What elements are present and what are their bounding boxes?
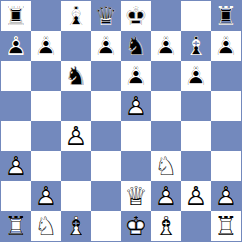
square-h8[interactable]: ♜♖ — [211, 1, 241, 31]
piece-black-pawn[interactable]: ♟♙ — [151, 31, 181, 61]
square-f4[interactable] — [151, 121, 181, 151]
square-h3[interactable] — [211, 151, 241, 181]
white-knight-glyph-detail: ♘ — [31, 211, 61, 241]
piece-white-pawn[interactable]: ♟♙ — [211, 181, 241, 211]
black-queen-glyph-detail: ♕ — [91, 1, 121, 31]
square-f5[interactable] — [151, 91, 181, 121]
white-queen-glyph-detail: ♕ — [121, 181, 151, 211]
square-a5[interactable] — [1, 91, 31, 121]
square-d1[interactable] — [91, 211, 121, 241]
square-g4[interactable] — [181, 121, 211, 151]
piece-black-king[interactable]: ♚♔ — [121, 1, 151, 31]
piece-white-pawn[interactable]: ♟♙ — [121, 91, 151, 121]
square-e2[interactable]: ♛♕ — [121, 181, 151, 211]
square-e7[interactable]: ♞♘ — [121, 31, 151, 61]
square-c6[interactable]: ♞♘ — [61, 61, 91, 91]
square-a1[interactable]: ♜♖ — [1, 211, 31, 241]
square-d7[interactable]: ♟♙ — [91, 31, 121, 61]
square-c8[interactable]: ♝♗ — [61, 1, 91, 31]
chess-board-area: ♜♖♝♗♛♕♚♔♜♖♟♙♟♙♟♙♞♘♟♙♝♗♟♙♞♘♟♙♟♙♟♙♟♙♟♙♞♘♟♙… — [0, 0, 242, 242]
square-d2[interactable] — [91, 181, 121, 211]
piece-white-pawn[interactable]: ♟♙ — [151, 181, 181, 211]
square-g3[interactable] — [181, 151, 211, 181]
piece-black-bishop[interactable]: ♝♗ — [181, 31, 211, 61]
black-pawn-glyph-detail: ♙ — [1, 31, 31, 61]
black-pawn-glyph-detail: ♙ — [121, 61, 151, 91]
piece-white-knight[interactable]: ♞♘ — [31, 211, 61, 241]
black-pawn-glyph-detail: ♙ — [31, 31, 61, 61]
piece-white-queen[interactable]: ♛♕ — [121, 181, 151, 211]
piece-black-pawn[interactable]: ♟♙ — [31, 31, 61, 61]
piece-black-rook[interactable]: ♜♖ — [1, 1, 31, 31]
piece-black-rook[interactable]: ♜♖ — [211, 1, 241, 31]
black-pawn-glyph-detail: ♙ — [211, 31, 241, 61]
square-a4[interactable] — [1, 121, 31, 151]
square-g8[interactable] — [181, 1, 211, 31]
square-g6[interactable]: ♟♙ — [181, 61, 211, 91]
white-pawn-glyph-detail: ♙ — [211, 181, 241, 211]
square-g1[interactable] — [181, 211, 211, 241]
piece-black-pawn[interactable]: ♟♙ — [91, 31, 121, 61]
square-b3[interactable] — [31, 151, 61, 181]
white-pawn-glyph-detail: ♙ — [31, 181, 61, 211]
square-a2[interactable] — [1, 181, 31, 211]
piece-white-pawn[interactable]: ♟♙ — [1, 151, 31, 181]
piece-black-pawn[interactable]: ♟♙ — [121, 61, 151, 91]
black-bishop-glyph-detail: ♗ — [61, 1, 91, 31]
piece-black-pawn[interactable]: ♟♙ — [181, 61, 211, 91]
square-c1[interactable]: ♝♗ — [61, 211, 91, 241]
square-f2[interactable]: ♟♙ — [151, 181, 181, 211]
square-h4[interactable] — [211, 121, 241, 151]
square-h1[interactable]: ♜♖ — [211, 211, 241, 241]
square-a7[interactable]: ♟♙ — [1, 31, 31, 61]
piece-black-knight[interactable]: ♞♘ — [61, 61, 91, 91]
square-f8[interactable] — [151, 1, 181, 31]
white-knight-glyph-detail: ♘ — [151, 151, 181, 181]
white-king-glyph-detail: ♔ — [121, 211, 151, 241]
black-pawn-glyph-detail: ♙ — [91, 31, 121, 61]
square-d5[interactable] — [91, 91, 121, 121]
square-c2[interactable] — [61, 181, 91, 211]
piece-white-rook[interactable]: ♜♖ — [211, 211, 241, 241]
black-pawn-glyph-detail: ♙ — [181, 61, 211, 91]
square-c4[interactable]: ♟♙ — [61, 121, 91, 151]
piece-white-pawn[interactable]: ♟♙ — [31, 181, 61, 211]
piece-black-bishop[interactable]: ♝♗ — [61, 1, 91, 31]
piece-white-rook[interactable]: ♜♖ — [1, 211, 31, 241]
square-e8[interactable]: ♚♔ — [121, 1, 151, 31]
piece-black-pawn[interactable]: ♟♙ — [1, 31, 31, 61]
chess-board: ♜♖♝♗♛♕♚♔♜♖♟♙♟♙♟♙♞♘♟♙♝♗♟♙♞♘♟♙♟♙♟♙♟♙♟♙♞♘♟♙… — [0, 0, 242, 242]
square-b8[interactable] — [31, 1, 61, 31]
black-rook-glyph-detail: ♖ — [1, 1, 31, 31]
square-d3[interactable] — [91, 151, 121, 181]
square-f6[interactable] — [151, 61, 181, 91]
piece-white-king[interactable]: ♚♔ — [121, 211, 151, 241]
square-e4[interactable] — [121, 121, 151, 151]
black-king-glyph-detail: ♔ — [121, 1, 151, 31]
square-e6[interactable]: ♟♙ — [121, 61, 151, 91]
white-rook-glyph-detail: ♖ — [1, 211, 31, 241]
piece-white-bishop[interactable]: ♝♗ — [61, 211, 91, 241]
square-g5[interactable] — [181, 91, 211, 121]
square-g7[interactable]: ♝♗ — [181, 31, 211, 61]
square-f7[interactable]: ♟♙ — [151, 31, 181, 61]
black-bishop-glyph-detail: ♗ — [181, 31, 211, 61]
piece-white-pawn[interactable]: ♟♙ — [181, 181, 211, 211]
square-h2[interactable]: ♟♙ — [211, 181, 241, 211]
square-a6[interactable] — [1, 61, 31, 91]
piece-white-bishop[interactable]: ♝♗ — [151, 211, 181, 241]
square-f1[interactable]: ♝♗ — [151, 211, 181, 241]
white-pawn-glyph-detail: ♙ — [1, 151, 31, 181]
piece-black-queen[interactable]: ♛♕ — [91, 1, 121, 31]
white-pawn-glyph-detail: ♙ — [151, 181, 181, 211]
piece-black-pawn[interactable]: ♟♙ — [211, 31, 241, 61]
square-e5[interactable]: ♟♙ — [121, 91, 151, 121]
square-h5[interactable] — [211, 91, 241, 121]
black-rook-glyph-detail: ♖ — [211, 1, 241, 31]
square-h6[interactable] — [211, 61, 241, 91]
white-pawn-glyph-detail: ♙ — [121, 91, 151, 121]
square-h7[interactable]: ♟♙ — [211, 31, 241, 61]
black-pawn-glyph-detail: ♙ — [151, 31, 181, 61]
square-b4[interactable] — [31, 121, 61, 151]
square-b5[interactable] — [31, 91, 61, 121]
black-knight-glyph-detail: ♘ — [61, 61, 91, 91]
black-knight-glyph-detail: ♘ — [121, 31, 151, 61]
square-f3[interactable]: ♞♘ — [151, 151, 181, 181]
piece-black-knight[interactable]: ♞♘ — [121, 31, 151, 61]
square-c5[interactable] — [61, 91, 91, 121]
square-b7[interactable]: ♟♙ — [31, 31, 61, 61]
square-a8[interactable]: ♜♖ — [1, 1, 31, 31]
square-d4[interactable] — [91, 121, 121, 151]
piece-white-pawn[interactable]: ♟♙ — [61, 121, 91, 151]
white-bishop-glyph-detail: ♗ — [61, 211, 91, 241]
white-pawn-glyph-detail: ♙ — [181, 181, 211, 211]
square-d8[interactable]: ♛♕ — [91, 1, 121, 31]
white-pawn-glyph-detail: ♙ — [61, 121, 91, 151]
square-e3[interactable] — [121, 151, 151, 181]
white-rook-glyph-detail: ♖ — [211, 211, 241, 241]
square-c3[interactable] — [61, 151, 91, 181]
square-b6[interactable] — [31, 61, 61, 91]
square-b2[interactable]: ♟♙ — [31, 181, 61, 211]
square-a3[interactable]: ♟♙ — [1, 151, 31, 181]
square-c7[interactable] — [61, 31, 91, 61]
white-bishop-glyph-detail: ♗ — [151, 211, 181, 241]
square-d6[interactable] — [91, 61, 121, 91]
square-e1[interactable]: ♚♔ — [121, 211, 151, 241]
piece-white-knight[interactable]: ♞♘ — [151, 151, 181, 181]
square-b1[interactable]: ♞♘ — [31, 211, 61, 241]
square-g2[interactable]: ♟♙ — [181, 181, 211, 211]
